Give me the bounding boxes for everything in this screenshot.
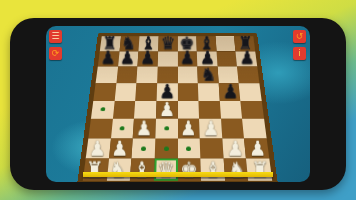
square-c7[interactable]: ♟ bbox=[138, 51, 158, 67]
square-h7[interactable]: ♟ bbox=[236, 51, 257, 67]
square-a5[interactable] bbox=[93, 83, 116, 100]
backdrop: ♜♞♝♛♚♝♜♟♟♟♟♟♟♞♟♟♟♟♟♟♟♟♟♟♜♞♝♛♚♝♞♜ ☰ ⟳ ↺ i bbox=[0, 0, 356, 200]
piece-white-pawn[interactable]: ♟ bbox=[111, 138, 128, 159]
square-d7[interactable] bbox=[158, 51, 178, 67]
move-hint-dot bbox=[164, 126, 169, 130]
square-c5[interactable] bbox=[135, 83, 157, 100]
square-f5[interactable] bbox=[198, 83, 220, 100]
piece-black-pawn[interactable]: ♟ bbox=[120, 49, 135, 67]
board-frame: ♜♞♝♛♚♝♜♟♟♟♟♟♟♞♟♟♟♟♟♟♟♟♟♟♜♞♝♛♚♝♞♜ bbox=[77, 33, 278, 182]
square-g1[interactable]: ♞ bbox=[223, 159, 248, 181]
piece-black-pawn[interactable]: ♟ bbox=[240, 49, 255, 67]
square-b2[interactable]: ♟ bbox=[109, 138, 133, 159]
square-a6[interactable] bbox=[96, 67, 118, 83]
square-h2[interactable]: ♟ bbox=[244, 138, 269, 159]
piece-white-bishop[interactable]: ♝ bbox=[204, 159, 222, 180]
piece-black-pawn[interactable]: ♟ bbox=[180, 49, 195, 67]
square-a7[interactable]: ♟ bbox=[98, 51, 119, 67]
board-front-edge bbox=[83, 172, 273, 177]
square-g8[interactable] bbox=[215, 36, 235, 51]
square-h5[interactable] bbox=[239, 83, 262, 100]
square-b4[interactable] bbox=[113, 101, 136, 119]
phone-frame: ♜♞♝♛♚♝♜♟♟♟♟♟♟♞♟♟♟♟♟♟♟♟♟♟♜♞♝♛♚♝♞♜ ☰ ⟳ ↺ i bbox=[10, 18, 346, 190]
piece-white-pawn[interactable]: ♟ bbox=[159, 99, 175, 119]
square-c6[interactable] bbox=[137, 67, 158, 83]
square-d3[interactable] bbox=[155, 119, 177, 138]
square-e1[interactable]: ♚ bbox=[178, 159, 202, 181]
square-a4[interactable] bbox=[91, 101, 114, 119]
square-b5[interactable] bbox=[114, 83, 136, 100]
square-g7[interactable] bbox=[216, 51, 237, 67]
piece-white-pawn[interactable]: ♟ bbox=[249, 138, 266, 159]
move-hint-dot bbox=[186, 146, 191, 151]
piece-white-pawn[interactable]: ♟ bbox=[226, 138, 243, 159]
piece-white-rook[interactable]: ♜ bbox=[86, 159, 104, 180]
piece-white-queen[interactable]: ♛ bbox=[157, 159, 175, 180]
piece-white-pawn[interactable]: ♟ bbox=[88, 138, 105, 159]
square-b6[interactable] bbox=[116, 67, 138, 83]
piece-white-pawn[interactable]: ♟ bbox=[136, 118, 153, 138]
piece-black-queen[interactable]: ♛ bbox=[160, 34, 175, 52]
square-b1[interactable]: ♞ bbox=[106, 159, 131, 181]
square-a2[interactable]: ♟ bbox=[86, 138, 111, 159]
piece-black-pawn[interactable]: ♟ bbox=[100, 49, 115, 67]
chess-board: ♜♞♝♛♚♝♜♟♟♟♟♟♟♞♟♟♟♟♟♟♟♟♟♟♜♞♝♛♚♝♞♜ bbox=[83, 36, 272, 180]
piece-white-pawn[interactable]: ♟ bbox=[180, 118, 197, 138]
move-hint-dot bbox=[120, 126, 125, 130]
piece-white-bishop[interactable]: ♝ bbox=[133, 159, 151, 180]
square-g5[interactable]: ♟ bbox=[218, 83, 240, 100]
square-f6[interactable]: ♞ bbox=[197, 67, 218, 83]
info-button[interactable]: i bbox=[293, 47, 306, 60]
piece-white-king[interactable]: ♚ bbox=[180, 159, 198, 180]
info-icon: i bbox=[298, 49, 301, 58]
square-b7[interactable]: ♟ bbox=[118, 51, 139, 67]
move-hint-dot bbox=[141, 146, 146, 151]
piece-black-knight[interactable]: ♞ bbox=[200, 65, 215, 83]
undo-icon: ↺ bbox=[296, 32, 304, 41]
square-c1[interactable]: ♝ bbox=[130, 159, 154, 181]
undo-button[interactable]: ↺ bbox=[293, 30, 306, 43]
square-f1[interactable]: ♝ bbox=[200, 159, 224, 181]
square-c3[interactable]: ♟ bbox=[133, 119, 156, 138]
rotate-icon: ⟳ bbox=[52, 49, 60, 58]
move-hint-dot bbox=[100, 108, 105, 112]
square-h1[interactable]: ♜ bbox=[246, 159, 272, 181]
piece-black-pawn[interactable]: ♟ bbox=[140, 49, 155, 67]
square-e3[interactable]: ♟ bbox=[178, 119, 200, 138]
piece-white-rook[interactable]: ♜ bbox=[251, 159, 269, 180]
square-f2[interactable] bbox=[200, 138, 224, 159]
menu-button[interactable]: ☰ bbox=[49, 30, 62, 43]
square-e2[interactable] bbox=[178, 138, 201, 159]
chess-app-screen: ♜♞♝♛♚♝♜♟♟♟♟♟♟♞♟♟♟♟♟♟♟♟♟♟♜♞♝♛♚♝♞♜ ☰ ⟳ ↺ i bbox=[46, 26, 310, 182]
square-c2[interactable] bbox=[132, 138, 156, 159]
square-h6[interactable] bbox=[237, 67, 259, 83]
piece-white-pawn[interactable]: ♟ bbox=[203, 118, 220, 138]
piece-white-knight[interactable]: ♞ bbox=[228, 159, 246, 180]
square-d4[interactable]: ♟ bbox=[156, 101, 178, 119]
square-a1[interactable]: ♜ bbox=[83, 159, 109, 181]
square-e7[interactable]: ♟ bbox=[178, 51, 198, 67]
board-perspective-wrap: ♜♞♝♛♚♝♜♟♟♟♟♟♟♞♟♟♟♟♟♟♟♟♟♟♜♞♝♛♚♝♞♜ bbox=[89, 26, 267, 182]
square-d2[interactable] bbox=[155, 138, 178, 159]
move-hint-dot bbox=[164, 146, 169, 151]
square-d8[interactable]: ♛ bbox=[158, 36, 177, 51]
piece-white-knight[interactable]: ♞ bbox=[109, 159, 127, 180]
square-g2[interactable]: ♟ bbox=[222, 138, 246, 159]
menu-icon: ☰ bbox=[51, 32, 59, 41]
rotate-board-button[interactable]: ⟳ bbox=[49, 47, 62, 60]
square-e6[interactable] bbox=[178, 67, 198, 83]
square-f3[interactable]: ♟ bbox=[199, 119, 222, 138]
square-h4[interactable] bbox=[241, 101, 264, 119]
square-d1[interactable]: ♛ bbox=[154, 159, 178, 181]
square-g4[interactable] bbox=[220, 101, 243, 119]
piece-black-pawn[interactable]: ♟ bbox=[222, 82, 238, 101]
square-e5[interactable] bbox=[178, 83, 199, 100]
